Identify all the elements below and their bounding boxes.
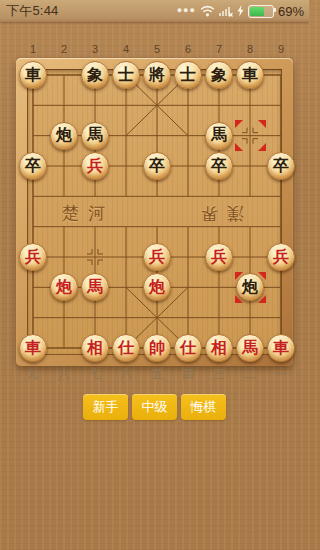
action-buttons: 新手 中级 悔棋 [0,394,309,420]
piece-車-black[interactable]: 車 [19,61,47,89]
piece-兵-red[interactable]: 兵 [81,152,109,180]
piece-兵-red[interactable]: 兵 [205,243,233,271]
charging-icon [237,5,244,17]
file-label: 五 [151,367,163,381]
file-labels-top: 123456789 [16,42,293,56]
piece-車-red[interactable]: 車 [267,334,295,362]
piece-兵-red[interactable]: 兵 [19,243,47,271]
file-label: 三 [213,367,225,381]
piece-士-black[interactable]: 士 [174,61,202,89]
river-label-chu: 楚河 [62,202,114,225]
piece-炮-black[interactable]: 炮 [50,122,78,150]
battery-percent: 69% [278,4,304,19]
piece-將-black[interactable]: 將 [143,61,171,89]
file-label: 3 [92,42,98,56]
piece-卒-black[interactable]: 卒 [19,152,47,180]
clock: 下午5:44 [6,2,59,20]
piece-帥-red[interactable]: 帥 [143,334,171,362]
board-grid [16,58,293,366]
intermediate-button[interactable]: 中级 [132,394,177,420]
signal-strength-icon [219,5,233,17]
piece-馬-black[interactable]: 馬 [81,122,109,150]
file-label: 九 [27,367,39,381]
battery-fill [250,7,264,16]
piece-仕-red[interactable]: 仕 [112,334,140,362]
file-label: 7 [216,42,222,56]
piece-士-black[interactable]: 士 [112,61,140,89]
piece-相-red[interactable]: 相 [205,334,233,362]
battery-icon [248,5,274,18]
undo-move-button[interactable]: 悔棋 [181,394,226,420]
file-labels-bottom: 九八七六五四三二一 [16,367,293,381]
file-label: 6 [185,42,191,56]
piece-兵-red[interactable]: 兵 [267,243,295,271]
file-label: 八 [58,367,70,381]
file-label: 4 [123,42,129,56]
file-label: 一 [275,367,287,381]
file-label: 8 [247,42,253,56]
piece-象-black[interactable]: 象 [81,61,109,89]
file-label: 2 [61,42,67,56]
piece-馬-red[interactable]: 馬 [236,334,264,362]
piece-兵-red[interactable]: 兵 [143,243,171,271]
file-label: 四 [182,367,194,381]
file-label: 5 [154,42,160,56]
file-label: 六 [120,367,132,381]
file-label: 9 [278,42,284,56]
piece-卒-black[interactable]: 卒 [205,152,233,180]
file-label: 七 [89,367,101,381]
file-label: 1 [30,42,36,56]
file-label: 二 [244,367,256,381]
xiangqi-board[interactable]: 楚河 漢界 車象士將士象車炮馬馬卒兵卒卒卒兵兵兵兵炮馬炮炮車相仕帥仕相馬車 [16,58,293,366]
status-bar: 下午5:44 ●●● 69% [0,0,309,22]
piece-車-red[interactable]: 車 [19,334,47,362]
river-label-han: 漢界 [192,202,244,225]
piece-卒-black[interactable]: 卒 [267,152,295,180]
piece-仕-red[interactable]: 仕 [174,334,202,362]
piece-卒-black[interactable]: 卒 [143,152,171,180]
piece-馬-black[interactable]: 馬 [205,122,233,150]
novice-button[interactable]: 新手 [83,394,128,420]
piece-相-red[interactable]: 相 [81,334,109,362]
piece-車-black[interactable]: 車 [236,61,264,89]
wifi-icon [200,5,215,17]
more-dots-icon: ●●● [177,6,196,17]
piece-象-black[interactable]: 象 [205,61,233,89]
